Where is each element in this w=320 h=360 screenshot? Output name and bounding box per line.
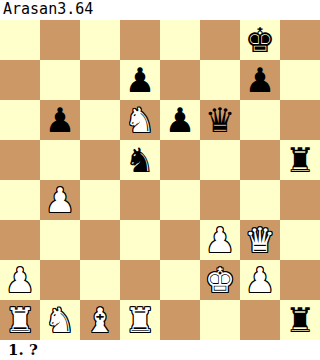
white-rook[interactable]: ♜	[125, 300, 155, 340]
square-b8[interactable]	[40, 20, 80, 60]
black-rook[interactable]: ♜	[285, 140, 315, 180]
white-king[interactable]: ♚	[205, 260, 235, 300]
square-a4[interactable]	[0, 180, 40, 220]
square-g3[interactable]: ♛	[240, 220, 280, 260]
square-d3[interactable]	[120, 220, 160, 260]
square-f3[interactable]: ♟	[200, 220, 240, 260]
square-f5[interactable]	[200, 140, 240, 180]
white-pawn[interactable]: ♟	[45, 180, 75, 220]
square-b2[interactable]	[40, 260, 80, 300]
square-e6[interactable]: ♟	[160, 100, 200, 140]
white-pawn[interactable]: ♟	[5, 260, 35, 300]
square-a5[interactable]	[0, 140, 40, 180]
square-d8[interactable]	[120, 20, 160, 60]
window-title: Arasan3.64	[0, 0, 320, 20]
square-h4[interactable]	[280, 180, 320, 220]
square-d7[interactable]: ♟	[120, 60, 160, 100]
black-king[interactable]: ♚	[245, 20, 275, 60]
square-h5[interactable]: ♜	[280, 140, 320, 180]
square-e8[interactable]	[160, 20, 200, 60]
square-b5[interactable]	[40, 140, 80, 180]
square-c8[interactable]	[80, 20, 120, 60]
black-pawn[interactable]: ♟	[45, 100, 75, 140]
square-e2[interactable]	[160, 260, 200, 300]
white-pawn[interactable]: ♟	[245, 260, 275, 300]
square-c2[interactable]	[80, 260, 120, 300]
square-d1[interactable]: ♜	[120, 300, 160, 340]
square-a6[interactable]	[0, 100, 40, 140]
black-pawn[interactable]: ♟	[125, 60, 155, 100]
square-e3[interactable]	[160, 220, 200, 260]
square-a3[interactable]	[0, 220, 40, 260]
arasan-window: Arasan3.64 ♚♟♟♟♞♟♛♞♜♟♟♛♟♚♟♜♞♝♜♜ 1. ?	[0, 0, 320, 360]
square-c6[interactable]	[80, 100, 120, 140]
square-b7[interactable]	[40, 60, 80, 100]
square-b3[interactable]	[40, 220, 80, 260]
square-c1[interactable]: ♝	[80, 300, 120, 340]
square-g8[interactable]: ♚	[240, 20, 280, 60]
square-h1[interactable]: ♜	[280, 300, 320, 340]
black-rook[interactable]: ♜	[285, 300, 315, 340]
square-c3[interactable]	[80, 220, 120, 260]
square-d2[interactable]	[120, 260, 160, 300]
square-d6[interactable]: ♞	[120, 100, 160, 140]
square-f1[interactable]	[200, 300, 240, 340]
square-d4[interactable]	[120, 180, 160, 220]
square-g2[interactable]: ♟	[240, 260, 280, 300]
square-h8[interactable]	[280, 20, 320, 60]
chess-board[interactable]: ♚♟♟♟♞♟♛♞♜♟♟♛♟♚♟♜♞♝♜♜	[0, 20, 320, 340]
black-queen[interactable]: ♛	[205, 100, 235, 140]
square-f6[interactable]: ♛	[200, 100, 240, 140]
square-c4[interactable]	[80, 180, 120, 220]
square-a7[interactable]	[0, 60, 40, 100]
white-queen[interactable]: ♛	[245, 220, 275, 260]
square-e1[interactable]	[160, 300, 200, 340]
white-knight[interactable]: ♞	[125, 100, 155, 140]
square-e4[interactable]	[160, 180, 200, 220]
square-e7[interactable]	[160, 60, 200, 100]
white-knight[interactable]: ♞	[45, 300, 75, 340]
square-c5[interactable]	[80, 140, 120, 180]
square-g5[interactable]	[240, 140, 280, 180]
square-b1[interactable]: ♞	[40, 300, 80, 340]
square-b4[interactable]: ♟	[40, 180, 80, 220]
square-d5[interactable]: ♞	[120, 140, 160, 180]
square-c7[interactable]	[80, 60, 120, 100]
square-h3[interactable]	[280, 220, 320, 260]
square-h2[interactable]	[280, 260, 320, 300]
white-bishop[interactable]: ♝	[85, 300, 115, 340]
square-a8[interactable]	[0, 20, 40, 60]
black-knight[interactable]: ♞	[125, 140, 155, 180]
square-g6[interactable]	[240, 100, 280, 140]
black-pawn[interactable]: ♟	[165, 100, 195, 140]
square-f4[interactable]	[200, 180, 240, 220]
square-g1[interactable]	[240, 300, 280, 340]
square-a2[interactable]: ♟	[0, 260, 40, 300]
square-e5[interactable]	[160, 140, 200, 180]
square-g4[interactable]	[240, 180, 280, 220]
white-pawn[interactable]: ♟	[205, 220, 235, 260]
white-rook[interactable]: ♜	[5, 300, 35, 340]
move-prompt: 1. ?	[0, 340, 320, 360]
black-pawn[interactable]: ♟	[245, 60, 275, 100]
square-h7[interactable]	[280, 60, 320, 100]
square-h6[interactable]	[280, 100, 320, 140]
square-f8[interactable]	[200, 20, 240, 60]
square-f7[interactable]	[200, 60, 240, 100]
square-f2[interactable]: ♚	[200, 260, 240, 300]
square-b6[interactable]: ♟	[40, 100, 80, 140]
square-g7[interactable]: ♟	[240, 60, 280, 100]
square-a1[interactable]: ♜	[0, 300, 40, 340]
